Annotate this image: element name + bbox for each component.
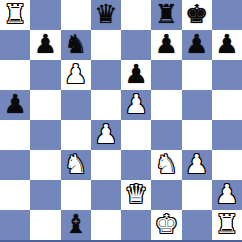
square-b2[interactable] xyxy=(30,180,60,210)
square-f2[interactable] xyxy=(151,180,181,210)
square-g3[interactable]: ♟ xyxy=(182,150,212,180)
square-a4[interactable] xyxy=(0,120,30,150)
square-h2[interactable]: ♟ xyxy=(212,180,242,210)
square-a8[interactable]: ♜ xyxy=(0,0,30,30)
white-pawn-icon[interactable]: ♟ xyxy=(94,121,117,147)
black-pawn-icon[interactable]: ♟ xyxy=(185,31,208,57)
square-e8[interactable] xyxy=(121,0,151,30)
square-a3[interactable] xyxy=(0,150,30,180)
white-queen-icon[interactable]: ♛ xyxy=(124,181,147,207)
square-d4[interactable]: ♟ xyxy=(91,120,121,150)
square-f5[interactable] xyxy=(151,90,181,120)
square-f4[interactable] xyxy=(151,120,181,150)
square-e2[interactable]: ♛ xyxy=(121,180,151,210)
square-d7[interactable] xyxy=(91,30,121,60)
square-f8[interactable]: ♜ xyxy=(151,0,181,30)
square-f7[interactable]: ♟ xyxy=(151,30,181,60)
square-c7[interactable]: ♞ xyxy=(61,30,91,60)
square-e5[interactable]: ♟ xyxy=(121,90,151,120)
square-e7[interactable] xyxy=(121,30,151,60)
square-h7[interactable]: ♟ xyxy=(212,30,242,60)
black-king-icon[interactable]: ♚ xyxy=(185,1,208,27)
square-g1[interactable] xyxy=(182,210,212,240)
square-c4[interactable] xyxy=(61,120,91,150)
square-d2[interactable] xyxy=(91,180,121,210)
square-b5[interactable] xyxy=(30,90,60,120)
white-king-icon[interactable]: ♚ xyxy=(155,211,178,237)
square-h5[interactable] xyxy=(212,90,242,120)
black-pawn-icon[interactable]: ♟ xyxy=(34,31,57,57)
square-b4[interactable] xyxy=(30,120,60,150)
black-bishop-icon[interactable]: ♝ xyxy=(64,211,87,237)
square-f6[interactable] xyxy=(151,60,181,90)
black-rook-icon[interactable]: ♜ xyxy=(155,1,178,27)
white-rook-icon[interactable]: ♜ xyxy=(215,211,238,237)
square-b8[interactable] xyxy=(30,0,60,30)
square-d8[interactable]: ♛ xyxy=(91,0,121,30)
square-c2[interactable] xyxy=(61,180,91,210)
chess-board-wrapper: ♜♛♜♚♟♞♟♟♟♟♟♟♟♟♞♞♟♛♟♝♚♜ xyxy=(0,0,242,242)
square-a7[interactable] xyxy=(0,30,30,60)
square-e6[interactable]: ♟ xyxy=(121,60,151,90)
square-g6[interactable] xyxy=(182,60,212,90)
square-d1[interactable] xyxy=(91,210,121,240)
square-g4[interactable] xyxy=(182,120,212,150)
square-d5[interactable] xyxy=(91,90,121,120)
black-queen-icon[interactable]: ♛ xyxy=(94,1,117,27)
square-c6[interactable]: ♟ xyxy=(61,60,91,90)
square-d3[interactable] xyxy=(91,150,121,180)
white-knight-icon[interactable]: ♞ xyxy=(155,151,178,177)
square-e1[interactable] xyxy=(121,210,151,240)
square-h1[interactable]: ♜ xyxy=(212,210,242,240)
square-h8[interactable] xyxy=(212,0,242,30)
square-a1[interactable] xyxy=(0,210,30,240)
square-h3[interactable] xyxy=(212,150,242,180)
white-pawn-icon[interactable]: ♟ xyxy=(215,181,238,207)
white-pawn-icon[interactable]: ♟ xyxy=(185,151,208,177)
square-a2[interactable] xyxy=(0,180,30,210)
square-a6[interactable] xyxy=(0,60,30,90)
black-pawn-icon[interactable]: ♟ xyxy=(215,31,238,57)
square-d6[interactable] xyxy=(91,60,121,90)
square-g8[interactable]: ♚ xyxy=(182,0,212,30)
square-g2[interactable] xyxy=(182,180,212,210)
white-pawn-icon[interactable]: ♟ xyxy=(64,61,87,87)
square-c5[interactable] xyxy=(61,90,91,120)
square-b6[interactable] xyxy=(30,60,60,90)
black-pawn-icon[interactable]: ♟ xyxy=(155,31,178,57)
chess-board: ♜♛♜♚♟♞♟♟♟♟♟♟♟♟♞♞♟♛♟♝♚♜ xyxy=(0,0,242,242)
square-a5[interactable]: ♟ xyxy=(0,90,30,120)
square-e4[interactable] xyxy=(121,120,151,150)
white-rook-icon[interactable]: ♜ xyxy=(3,1,26,27)
square-e3[interactable] xyxy=(121,150,151,180)
square-f1[interactable]: ♚ xyxy=(151,210,181,240)
white-pawn-icon[interactable]: ♟ xyxy=(124,91,147,117)
square-c8[interactable] xyxy=(61,0,91,30)
square-b7[interactable]: ♟ xyxy=(30,30,60,60)
square-g5[interactable] xyxy=(182,90,212,120)
square-b1[interactable] xyxy=(30,210,60,240)
square-h6[interactable] xyxy=(212,60,242,90)
square-h4[interactable] xyxy=(212,120,242,150)
square-g7[interactable]: ♟ xyxy=(182,30,212,60)
square-f3[interactable]: ♞ xyxy=(151,150,181,180)
black-pawn-icon[interactable]: ♟ xyxy=(124,61,147,87)
white-knight-icon[interactable]: ♞ xyxy=(64,151,87,177)
square-c3[interactable]: ♞ xyxy=(61,150,91,180)
black-pawn-icon[interactable]: ♟ xyxy=(3,91,26,117)
square-c1[interactable]: ♝ xyxy=(61,210,91,240)
black-knight-icon[interactable]: ♞ xyxy=(64,31,87,57)
square-b3[interactable] xyxy=(30,150,60,180)
